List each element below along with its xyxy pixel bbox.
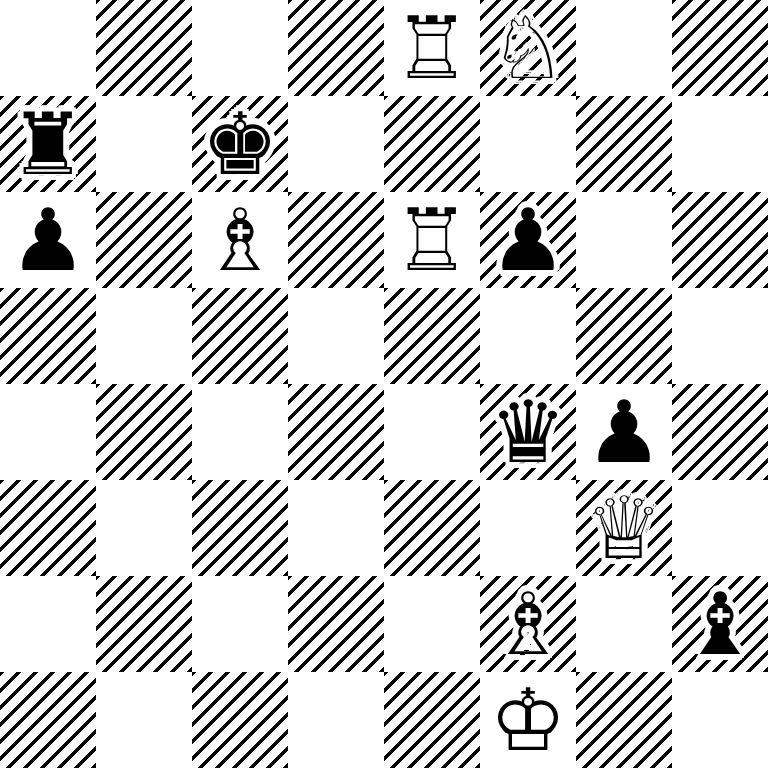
- square-g5[interactable]: [576, 288, 672, 384]
- square-f3[interactable]: [480, 480, 576, 576]
- white-rook-piece: ♖: [393, 192, 470, 288]
- square-h7[interactable]: [672, 96, 768, 192]
- square-a7[interactable]: ♜: [0, 96, 96, 192]
- square-c3[interactable]: [192, 480, 288, 576]
- square-b5[interactable]: [96, 288, 192, 384]
- black-rook-piece: ♜: [9, 96, 86, 192]
- white-bishop-piece: ♗: [201, 192, 278, 288]
- square-b8[interactable]: [96, 0, 192, 96]
- square-g6[interactable]: [576, 192, 672, 288]
- square-e6[interactable]: ♖: [384, 192, 480, 288]
- black-pawn-piece: ♟: [9, 192, 86, 288]
- square-e3[interactable]: [384, 480, 480, 576]
- square-c4[interactable]: [192, 384, 288, 480]
- black-king-piece: ♚: [201, 96, 278, 192]
- square-d6[interactable]: [288, 192, 384, 288]
- square-h4[interactable]: [672, 384, 768, 480]
- square-b3[interactable]: [96, 480, 192, 576]
- black-queen-piece: ♛: [489, 384, 566, 480]
- square-b6[interactable]: [96, 192, 192, 288]
- black-bishop-piece: ♝: [681, 576, 758, 672]
- square-e5[interactable]: [384, 288, 480, 384]
- square-c8[interactable]: [192, 0, 288, 96]
- square-a6[interactable]: ♟: [0, 192, 96, 288]
- square-h2[interactable]: ♝: [672, 576, 768, 672]
- square-h1[interactable]: [672, 672, 768, 768]
- square-f6[interactable]: ♟: [480, 192, 576, 288]
- square-b2[interactable]: [96, 576, 192, 672]
- square-h3[interactable]: [672, 480, 768, 576]
- square-c7[interactable]: ♚: [192, 96, 288, 192]
- square-a1[interactable]: [0, 672, 96, 768]
- black-pawn-piece: ♟: [489, 192, 566, 288]
- square-a2[interactable]: [0, 576, 96, 672]
- square-g8[interactable]: [576, 0, 672, 96]
- square-b1[interactable]: [96, 672, 192, 768]
- square-e8[interactable]: ♖: [384, 0, 480, 96]
- square-c6[interactable]: ♗: [192, 192, 288, 288]
- square-g4[interactable]: ♟: [576, 384, 672, 480]
- square-e1[interactable]: [384, 672, 480, 768]
- square-c2[interactable]: [192, 576, 288, 672]
- square-e2[interactable]: [384, 576, 480, 672]
- square-h6[interactable]: [672, 192, 768, 288]
- square-a5[interactable]: [0, 288, 96, 384]
- white-rook-piece: ♖: [393, 0, 470, 96]
- square-e7[interactable]: [384, 96, 480, 192]
- square-d8[interactable]: [288, 0, 384, 96]
- square-h8[interactable]: [672, 0, 768, 96]
- square-a3[interactable]: [0, 480, 96, 576]
- square-f2[interactable]: ♗: [480, 576, 576, 672]
- square-a4[interactable]: [0, 384, 96, 480]
- square-h5[interactable]: [672, 288, 768, 384]
- chess-board: ♖♘♜♚♟♗♖♟♛♟♕♗♝♔: [0, 0, 768, 768]
- square-a8[interactable]: [0, 0, 96, 96]
- square-d4[interactable]: [288, 384, 384, 480]
- square-b4[interactable]: [96, 384, 192, 480]
- square-g1[interactable]: [576, 672, 672, 768]
- square-f7[interactable]: [480, 96, 576, 192]
- square-f8[interactable]: ♘: [480, 0, 576, 96]
- square-d1[interactable]: [288, 672, 384, 768]
- black-pawn-piece: ♟: [585, 384, 662, 480]
- white-knight-piece: ♘: [489, 0, 566, 96]
- square-f1[interactable]: ♔: [480, 672, 576, 768]
- white-king-piece: ♔: [489, 672, 566, 768]
- square-d5[interactable]: [288, 288, 384, 384]
- square-e4[interactable]: [384, 384, 480, 480]
- square-f5[interactable]: [480, 288, 576, 384]
- white-bishop-piece: ♗: [489, 576, 566, 672]
- square-b7[interactable]: [96, 96, 192, 192]
- square-f4[interactable]: ♛: [480, 384, 576, 480]
- square-g2[interactable]: [576, 576, 672, 672]
- square-g3[interactable]: ♕: [576, 480, 672, 576]
- square-c5[interactable]: [192, 288, 288, 384]
- square-d7[interactable]: [288, 96, 384, 192]
- square-g7[interactable]: [576, 96, 672, 192]
- square-d2[interactable]: [288, 576, 384, 672]
- square-c1[interactable]: [192, 672, 288, 768]
- white-queen-piece: ♕: [585, 480, 662, 576]
- square-d3[interactable]: [288, 480, 384, 576]
